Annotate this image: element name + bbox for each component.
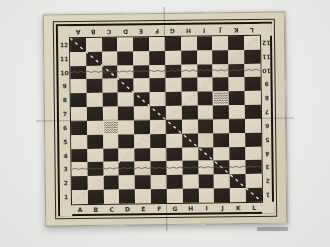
square-G8 bbox=[166, 92, 182, 106]
square-L3 bbox=[246, 160, 262, 174]
square-C8 bbox=[102, 93, 118, 107]
square-L8 bbox=[245, 91, 261, 105]
outer-frame-line: ABCDEFGHIJKL 121110987654321 12111098765… bbox=[53, 19, 277, 220]
square-K8 bbox=[229, 91, 245, 105]
square-I2 bbox=[198, 175, 214, 189]
square-H6 bbox=[182, 120, 198, 134]
file-label-bottom-C: C bbox=[109, 207, 113, 213]
file-label-top-F: F bbox=[155, 28, 159, 34]
file-label-bottom-L: L bbox=[252, 205, 256, 211]
square-A8 bbox=[71, 93, 87, 107]
square-E2 bbox=[135, 176, 151, 190]
rank-label-left-6: 6 bbox=[63, 125, 67, 131]
file-label-top-I: I bbox=[203, 27, 205, 33]
square-E4 bbox=[135, 148, 151, 162]
square-E3 bbox=[135, 162, 151, 176]
square-D11 bbox=[118, 51, 134, 65]
square-A7 bbox=[71, 107, 87, 121]
square-L11 bbox=[244, 50, 260, 64]
corner-bottom-left bbox=[60, 204, 72, 216]
square-K2 bbox=[230, 174, 246, 188]
rank-label-left-7: 7 bbox=[63, 111, 67, 117]
square-F6 bbox=[150, 120, 166, 134]
rank-label-left-8: 8 bbox=[63, 97, 67, 103]
file-label-top-D: D bbox=[123, 28, 128, 34]
rank-label-left-10: 10 bbox=[60, 70, 68, 76]
file-label-bottom-A: A bbox=[78, 207, 83, 213]
square-K11 bbox=[228, 50, 244, 64]
square-K1 bbox=[230, 188, 246, 202]
square-L12 bbox=[244, 36, 260, 50]
square-A9 bbox=[71, 79, 87, 93]
square-K12 bbox=[228, 36, 244, 50]
file-labels-bottom: ABCDEFGHIJKL bbox=[72, 202, 262, 216]
square-I8 bbox=[197, 92, 213, 106]
square-A3 bbox=[72, 162, 88, 176]
square-H11 bbox=[181, 50, 197, 64]
square-L9 bbox=[245, 77, 261, 91]
square-G10 bbox=[165, 64, 181, 78]
square-E5 bbox=[135, 134, 151, 148]
square-A11 bbox=[70, 52, 86, 66]
square-J2 bbox=[214, 175, 230, 189]
square-L7 bbox=[245, 105, 261, 119]
file-label-top-H: H bbox=[186, 28, 191, 34]
playing-field bbox=[70, 36, 262, 204]
square-K9 bbox=[229, 78, 245, 92]
photo-watermark bbox=[257, 227, 288, 231]
square-C10 bbox=[102, 65, 118, 79]
square-D12 bbox=[117, 37, 133, 51]
square-K5 bbox=[230, 133, 246, 147]
square-J9 bbox=[213, 78, 229, 92]
square-E1 bbox=[135, 189, 151, 203]
square-I4 bbox=[198, 147, 214, 161]
square-I11 bbox=[197, 50, 213, 64]
square-G4 bbox=[166, 147, 182, 161]
rank-label-left-12: 12 bbox=[60, 42, 68, 48]
square-K10 bbox=[229, 64, 245, 78]
file-label-top-J: J bbox=[219, 27, 221, 33]
rank-label-right-11: 11 bbox=[262, 53, 270, 59]
rank-label-right-12: 12 bbox=[262, 40, 270, 46]
square-A1 bbox=[72, 190, 88, 204]
square-H5 bbox=[182, 133, 198, 147]
square-E8 bbox=[134, 93, 150, 107]
square-G12 bbox=[165, 37, 181, 51]
square-E7 bbox=[134, 106, 150, 120]
square-C12 bbox=[102, 38, 118, 52]
square-F4 bbox=[151, 148, 167, 162]
square-B5 bbox=[87, 135, 103, 149]
square-K6 bbox=[229, 119, 245, 133]
square-I5 bbox=[198, 133, 214, 147]
file-label-top-E: E bbox=[139, 28, 143, 34]
square-C7 bbox=[103, 107, 119, 121]
square-J12 bbox=[212, 36, 228, 50]
file-label-bottom-E: E bbox=[141, 206, 145, 212]
square-C1 bbox=[104, 190, 120, 204]
square-E11 bbox=[133, 51, 149, 65]
square-D4 bbox=[119, 148, 135, 162]
square-F10 bbox=[149, 65, 165, 79]
rank-label-left-3: 3 bbox=[63, 167, 67, 173]
square-H2 bbox=[183, 175, 199, 189]
corner-top-right bbox=[260, 24, 272, 36]
square-B2 bbox=[88, 176, 104, 190]
rank-label-left-2: 2 bbox=[64, 180, 68, 186]
square-F1 bbox=[151, 189, 167, 203]
game-board: ABCDEFGHIJKL 121110987654321 12111098765… bbox=[43, 12, 288, 227]
square-H10 bbox=[181, 64, 197, 78]
rank-label-right-3: 3 bbox=[265, 164, 269, 170]
file-label-bottom-F: F bbox=[157, 206, 161, 212]
rank-label-right-1: 1 bbox=[266, 192, 270, 198]
square-G11 bbox=[165, 51, 181, 65]
square-H7 bbox=[182, 106, 198, 120]
file-label-bottom-J: J bbox=[221, 205, 223, 211]
file-label-top-C: C bbox=[107, 29, 111, 35]
square-A4 bbox=[71, 149, 87, 163]
square-G5 bbox=[166, 134, 182, 148]
file-label-bottom-K: K bbox=[236, 205, 241, 211]
square-A5 bbox=[71, 135, 87, 149]
square-C4 bbox=[103, 148, 119, 162]
corner-bottom-right bbox=[262, 202, 274, 214]
inner-frame: ABCDEFGHIJKL 121110987654321 12111098765… bbox=[56, 22, 274, 217]
square-L1 bbox=[246, 188, 262, 202]
square-B10 bbox=[86, 65, 102, 79]
square-F11 bbox=[149, 51, 165, 65]
square-B12 bbox=[86, 38, 102, 52]
square-F7 bbox=[150, 106, 166, 120]
square-B4 bbox=[87, 148, 103, 162]
square-D8 bbox=[118, 93, 134, 107]
photo-background: ABCDEFGHIJKL 121110987654321 12111098765… bbox=[0, 0, 330, 247]
square-J10 bbox=[213, 64, 229, 78]
square-C3 bbox=[103, 162, 119, 176]
square-D10 bbox=[118, 65, 134, 79]
rank-label-right-10: 10 bbox=[262, 67, 270, 73]
file-label-bottom-H: H bbox=[188, 206, 193, 212]
rank-label-right-5: 5 bbox=[265, 136, 269, 142]
square-G9 bbox=[165, 78, 181, 92]
rank-label-right-8: 8 bbox=[265, 95, 269, 101]
square-H3 bbox=[182, 161, 198, 175]
square-L5 bbox=[245, 133, 261, 147]
square-I1 bbox=[199, 189, 215, 203]
file-label-top-B: B bbox=[91, 29, 96, 35]
square-J11 bbox=[213, 50, 229, 64]
square-G2 bbox=[167, 175, 183, 189]
square-I3 bbox=[198, 161, 214, 175]
square-I7 bbox=[197, 106, 213, 120]
square-A6 bbox=[71, 121, 87, 135]
square-G1 bbox=[167, 189, 183, 203]
file-label-top-K: K bbox=[234, 27, 239, 33]
square-I12 bbox=[197, 36, 213, 50]
rank-label-right-2: 2 bbox=[266, 178, 270, 184]
square-D3 bbox=[119, 162, 135, 176]
square-J6 bbox=[213, 119, 229, 133]
square-E10 bbox=[134, 65, 150, 79]
square-A12 bbox=[70, 38, 86, 52]
rank-labels-right: 121110987654321 bbox=[260, 36, 274, 202]
waves-icon bbox=[103, 121, 119, 135]
square-J5 bbox=[214, 133, 230, 147]
file-label-top-L: L bbox=[250, 27, 254, 33]
square-L4 bbox=[246, 146, 262, 160]
square-J8 bbox=[213, 92, 229, 106]
rank-label-left-4: 4 bbox=[63, 153, 67, 159]
square-C11 bbox=[102, 51, 118, 65]
rank-label-left-1: 1 bbox=[64, 194, 68, 200]
square-J4 bbox=[214, 147, 230, 161]
square-D2 bbox=[119, 176, 135, 190]
square-G7 bbox=[166, 106, 182, 120]
square-C2 bbox=[103, 176, 119, 190]
square-I6 bbox=[198, 119, 214, 133]
square-J3 bbox=[214, 161, 230, 175]
rank-label-right-9: 9 bbox=[264, 81, 268, 87]
square-E9 bbox=[134, 79, 150, 93]
square-L10 bbox=[244, 63, 260, 77]
file-label-top-A: A bbox=[75, 29, 80, 35]
square-B7 bbox=[87, 107, 103, 121]
square-F12 bbox=[149, 37, 165, 51]
square-A2 bbox=[72, 176, 88, 190]
square-D6 bbox=[118, 120, 134, 134]
square-J1 bbox=[214, 188, 230, 202]
square-L2 bbox=[246, 174, 262, 188]
square-G3 bbox=[167, 161, 183, 175]
square-B1 bbox=[88, 190, 104, 204]
waves-icon bbox=[213, 92, 229, 106]
file-label-bottom-B: B bbox=[94, 207, 99, 213]
square-L6 bbox=[245, 119, 261, 133]
square-C5 bbox=[103, 134, 119, 148]
square-H12 bbox=[181, 37, 197, 51]
square-G6 bbox=[166, 120, 182, 134]
file-label-bottom-I: I bbox=[206, 205, 208, 211]
rank-label-left-5: 5 bbox=[63, 139, 67, 145]
rank-label-right-4: 4 bbox=[265, 150, 269, 156]
square-B3 bbox=[87, 162, 103, 176]
rank-label-right-6: 6 bbox=[265, 123, 269, 129]
file-label-bottom-G: G bbox=[172, 206, 177, 212]
square-C9 bbox=[102, 79, 118, 93]
square-J7 bbox=[213, 105, 229, 119]
square-B6 bbox=[87, 121, 103, 135]
file-label-top-G: G bbox=[170, 28, 175, 34]
square-B8 bbox=[87, 93, 103, 107]
rank-label-left-11: 11 bbox=[60, 56, 68, 62]
square-F3 bbox=[151, 161, 167, 175]
square-H9 bbox=[181, 78, 197, 92]
square-K7 bbox=[229, 105, 245, 119]
square-F5 bbox=[150, 134, 166, 148]
square-K4 bbox=[230, 147, 246, 161]
square-H8 bbox=[182, 92, 198, 106]
square-F8 bbox=[150, 92, 166, 106]
square-D5 bbox=[119, 134, 135, 148]
rank-label-left-9: 9 bbox=[62, 84, 66, 90]
square-D9 bbox=[118, 79, 134, 93]
rank-label-right-7: 7 bbox=[265, 109, 269, 115]
square-I10 bbox=[197, 64, 213, 78]
square-C6 bbox=[103, 121, 119, 135]
square-B9 bbox=[86, 79, 102, 93]
square-H1 bbox=[183, 189, 199, 203]
square-B11 bbox=[86, 52, 102, 66]
square-A10 bbox=[70, 66, 86, 80]
square-E12 bbox=[133, 37, 149, 51]
square-H4 bbox=[182, 147, 198, 161]
square-K3 bbox=[230, 161, 246, 175]
file-label-bottom-D: D bbox=[125, 206, 130, 212]
square-I9 bbox=[197, 78, 213, 92]
square-F9 bbox=[150, 78, 166, 92]
square-D1 bbox=[119, 190, 135, 204]
corner-top-left bbox=[58, 26, 70, 38]
square-F2 bbox=[151, 175, 167, 189]
square-E6 bbox=[134, 120, 150, 134]
square-D7 bbox=[118, 107, 134, 121]
